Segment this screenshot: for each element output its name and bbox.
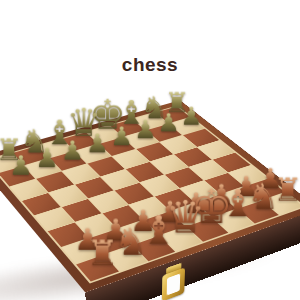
piece-black-pawn: ♟ xyxy=(157,110,179,135)
piece-white-knight: ♞ xyxy=(114,222,148,260)
piece-white-rook: ♜ xyxy=(87,236,119,271)
product-title: chess xyxy=(0,54,300,76)
piece-black-pawn: ♟ xyxy=(9,152,33,179)
piece-black-pawn: ♟ xyxy=(134,117,157,142)
piece-black-pawn: ♟ xyxy=(86,130,109,156)
piece-black-pawn: ♟ xyxy=(35,145,59,172)
product-photo: chess ♜♞♝♛♚♝♞♜♟♟♟♟♟♟♟♟♟♟♟♟♟♟♟♟♜♞♝♛♚♝♞♜ xyxy=(0,0,300,300)
piece-black-pawn: ♟ xyxy=(180,104,202,129)
brass-clasp xyxy=(161,261,186,300)
piece-black-pawn: ♟ xyxy=(61,137,85,163)
piece-black-pawn: ♟ xyxy=(110,123,133,149)
